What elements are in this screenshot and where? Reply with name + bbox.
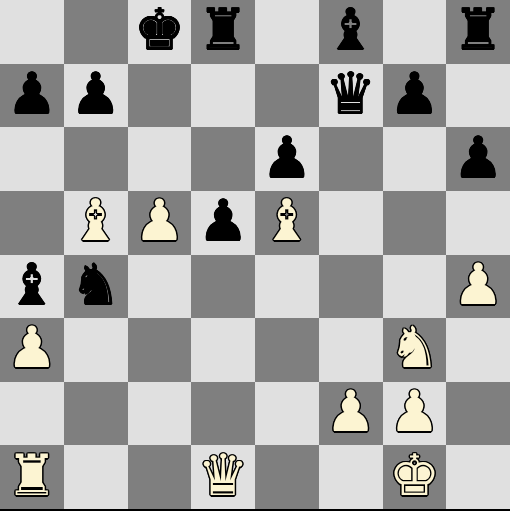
square-h6[interactable]: ♟ <box>446 127 510 191</box>
square-e4[interactable] <box>255 255 319 319</box>
piece-white-bishop[interactable]: ♝ <box>70 192 121 249</box>
square-c6[interactable] <box>128 127 192 191</box>
piece-black-pawn[interactable]: ♟ <box>198 192 249 249</box>
square-a8[interactable] <box>0 0 64 64</box>
square-c3[interactable] <box>128 318 192 382</box>
square-h7[interactable] <box>446 64 510 128</box>
square-b4[interactable]: ♞ <box>64 255 128 319</box>
square-h8[interactable]: ♜ <box>446 0 510 64</box>
piece-black-queen[interactable]: ♛ <box>325 65 376 122</box>
square-d5[interactable]: ♟ <box>191 191 255 255</box>
square-a2[interactable] <box>0 382 64 446</box>
piece-black-pawn[interactable]: ♟ <box>6 65 57 122</box>
piece-white-pawn[interactable]: ♟ <box>389 383 440 440</box>
piece-black-knight[interactable]: ♞ <box>70 256 121 313</box>
square-g6[interactable] <box>383 127 447 191</box>
square-f7[interactable]: ♛ <box>319 64 383 128</box>
square-d6[interactable] <box>191 127 255 191</box>
square-f8[interactable]: ♝ <box>319 0 383 64</box>
square-b1[interactable] <box>64 445 128 509</box>
piece-black-pawn[interactable]: ♟ <box>261 129 312 186</box>
square-e7[interactable] <box>255 64 319 128</box>
square-b8[interactable] <box>64 0 128 64</box>
square-g3[interactable]: ♞ <box>383 318 447 382</box>
square-a6[interactable] <box>0 127 64 191</box>
square-b5[interactable]: ♝ <box>64 191 128 255</box>
piece-black-pawn[interactable]: ♟ <box>389 65 440 122</box>
square-d1[interactable]: ♛ <box>191 445 255 509</box>
piece-black-pawn[interactable]: ♟ <box>70 65 121 122</box>
square-e3[interactable] <box>255 318 319 382</box>
square-h1[interactable] <box>446 445 510 509</box>
piece-black-king[interactable]: ♚ <box>134 1 185 58</box>
piece-white-bishop[interactable]: ♝ <box>261 192 312 249</box>
square-h4[interactable]: ♟ <box>446 255 510 319</box>
square-a4[interactable]: ♝ <box>0 255 64 319</box>
square-e1[interactable] <box>255 445 319 509</box>
square-g8[interactable] <box>383 0 447 64</box>
piece-white-king[interactable]: ♚ <box>389 447 440 504</box>
square-f1[interactable] <box>319 445 383 509</box>
square-e6[interactable]: ♟ <box>255 127 319 191</box>
square-g7[interactable]: ♟ <box>383 64 447 128</box>
square-b2[interactable] <box>64 382 128 446</box>
square-d7[interactable] <box>191 64 255 128</box>
square-a7[interactable]: ♟ <box>0 64 64 128</box>
piece-white-queen[interactable]: ♛ <box>198 447 249 504</box>
square-f3[interactable] <box>319 318 383 382</box>
square-d4[interactable] <box>191 255 255 319</box>
square-a1[interactable]: ♜ <box>0 445 64 509</box>
square-a3[interactable]: ♟ <box>0 318 64 382</box>
square-d2[interactable] <box>191 382 255 446</box>
square-b7[interactable]: ♟ <box>64 64 128 128</box>
piece-black-pawn[interactable]: ♟ <box>453 129 504 186</box>
piece-black-rook[interactable]: ♜ <box>198 1 249 58</box>
square-g4[interactable] <box>383 255 447 319</box>
square-e5[interactable]: ♝ <box>255 191 319 255</box>
square-f5[interactable] <box>319 191 383 255</box>
square-a5[interactable] <box>0 191 64 255</box>
piece-white-pawn[interactable]: ♟ <box>325 383 376 440</box>
piece-black-bishop[interactable]: ♝ <box>325 1 376 58</box>
square-c7[interactable] <box>128 64 192 128</box>
chess-board-window: ♚♜♝♜♟♟♛♟♟♟♝♟♟♝♝♞♟♟♞♟♟♜♛♚ <box>0 0 510 511</box>
square-c4[interactable] <box>128 255 192 319</box>
square-f6[interactable] <box>319 127 383 191</box>
square-c1[interactable] <box>128 445 192 509</box>
piece-white-rook[interactable]: ♜ <box>6 447 57 504</box>
square-h5[interactable] <box>446 191 510 255</box>
square-f2[interactable]: ♟ <box>319 382 383 446</box>
square-g1[interactable]: ♚ <box>383 445 447 509</box>
square-g2[interactable]: ♟ <box>383 382 447 446</box>
piece-black-bishop[interactable]: ♝ <box>6 256 57 313</box>
square-h3[interactable] <box>446 318 510 382</box>
square-g5[interactable] <box>383 191 447 255</box>
piece-white-pawn[interactable]: ♟ <box>453 256 504 313</box>
square-c5[interactable]: ♟ <box>128 191 192 255</box>
square-b6[interactable] <box>64 127 128 191</box>
piece-black-rook[interactable]: ♜ <box>453 1 504 58</box>
square-c2[interactable] <box>128 382 192 446</box>
square-b3[interactable] <box>64 318 128 382</box>
piece-white-knight[interactable]: ♞ <box>389 319 440 376</box>
square-e8[interactable] <box>255 0 319 64</box>
square-h2[interactable] <box>446 382 510 446</box>
piece-white-pawn[interactable]: ♟ <box>134 192 185 249</box>
square-d3[interactable] <box>191 318 255 382</box>
square-f4[interactable] <box>319 255 383 319</box>
square-d8[interactable]: ♜ <box>191 0 255 64</box>
chess-board: ♚♜♝♜♟♟♛♟♟♟♝♟♟♝♝♞♟♟♞♟♟♜♛♚ <box>0 0 510 509</box>
square-e2[interactable] <box>255 382 319 446</box>
square-c8[interactable]: ♚ <box>128 0 192 64</box>
piece-white-pawn[interactable]: ♟ <box>6 319 57 376</box>
